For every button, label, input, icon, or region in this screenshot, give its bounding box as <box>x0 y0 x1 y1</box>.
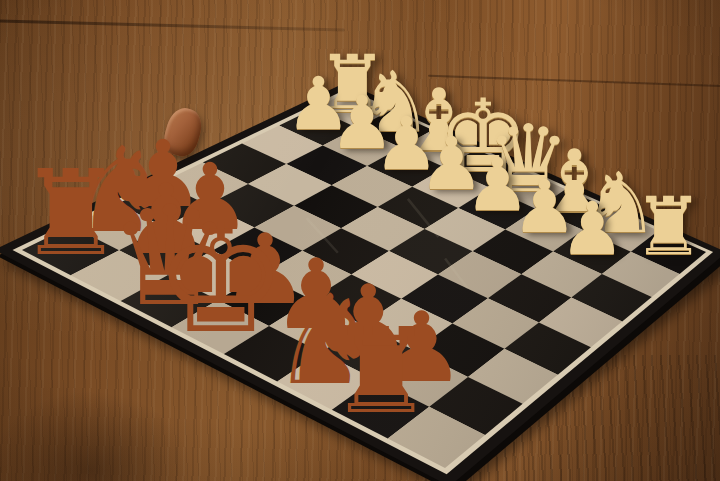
black-rook-b8[interactable]: ♜ <box>328 318 434 424</box>
table-scene: ♜♞♝♚♛♝♞♜♟♟♟♟♟♟♟♜♞♟♟♟♛♚♟♟♟♞♜♟ <box>0 0 720 481</box>
black-king-e8[interactable]: ♚ <box>154 213 288 347</box>
white-pawn-b2[interactable]: ♟ <box>560 196 625 262</box>
white-rook-a1[interactable]: ♜ <box>633 191 705 263</box>
